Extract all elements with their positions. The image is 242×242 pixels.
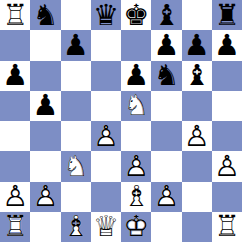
piece-white-king[interactable]: ♚♔	[121, 212, 151, 242]
square-g8[interactable]	[182, 0, 212, 30]
square-e1[interactable]: ♚♔	[121, 212, 151, 242]
white-pawn-outline-glyph: ♙	[151, 182, 181, 212]
piece-white-knight[interactable]: ♞♘	[121, 91, 151, 121]
piece-black-pawn[interactable]: ♟	[61, 30, 91, 60]
square-h1[interactable]: ♜♖	[212, 212, 242, 242]
square-h3[interactable]: ♟♙	[212, 151, 242, 181]
square-h5[interactable]	[212, 91, 242, 121]
square-g5[interactable]	[182, 91, 212, 121]
square-h2[interactable]	[212, 182, 242, 212]
white-pawn-outline-glyph: ♙	[91, 121, 121, 151]
square-b8[interactable]: ♞	[30, 0, 60, 30]
square-g7[interactable]: ♟	[182, 30, 212, 60]
square-e6[interactable]: ♟	[121, 61, 151, 91]
square-e5[interactable]: ♞♘	[121, 91, 151, 121]
piece-black-rook[interactable]: ♜	[212, 0, 242, 30]
piece-white-rook[interactable]: ♜♖	[212, 212, 242, 242]
piece-white-pawn[interactable]: ♟♙	[0, 182, 30, 212]
piece-white-knight[interactable]: ♞♘	[61, 151, 91, 181]
square-e8[interactable]: ♚	[121, 0, 151, 30]
white-bishop-outline-glyph: ♗	[61, 212, 91, 242]
square-c5[interactable]	[61, 91, 91, 121]
square-d6[interactable]	[91, 61, 121, 91]
square-a3[interactable]	[0, 151, 30, 181]
square-b4[interactable]	[30, 121, 60, 151]
square-f5[interactable]	[151, 91, 181, 121]
piece-black-pawn[interactable]: ♟	[30, 91, 60, 121]
square-e4[interactable]	[121, 121, 151, 151]
piece-black-bishop[interactable]: ♝	[151, 0, 181, 30]
square-c4[interactable]	[61, 121, 91, 151]
square-b7[interactable]	[30, 30, 60, 60]
white-knight-outline-glyph: ♘	[61, 151, 91, 181]
square-f6[interactable]: ♞	[151, 61, 181, 91]
piece-white-bishop[interactable]: ♝♗	[61, 212, 91, 242]
square-b6[interactable]	[30, 61, 60, 91]
square-g6[interactable]: ♝	[182, 61, 212, 91]
piece-white-pawn[interactable]: ♟♙	[121, 151, 151, 181]
chess-board: ♜♖♞♛♚♝♜♟♟♟♟♟♟♞♝♟♞♘♟♙♟♙♞♘♟♙♟♙♟♙♟♙♝♗♟♙♜♖♝♗…	[0, 0, 242, 242]
board-grid: ♜♖♞♛♚♝♜♟♟♟♟♟♟♞♝♟♞♘♟♙♟♙♞♘♟♙♟♙♟♙♟♙♝♗♟♙♜♖♝♗…	[0, 0, 242, 242]
square-b1[interactable]	[30, 212, 60, 242]
square-b5[interactable]: ♟	[30, 91, 60, 121]
piece-white-bishop[interactable]: ♝♗	[121, 182, 151, 212]
piece-white-pawn[interactable]: ♟♙	[212, 151, 242, 181]
square-e7[interactable]	[121, 30, 151, 60]
square-d4[interactable]: ♟♙	[91, 121, 121, 151]
white-pawn-outline-glyph: ♙	[182, 121, 212, 151]
square-d5[interactable]	[91, 91, 121, 121]
square-g3[interactable]	[182, 151, 212, 181]
piece-black-king[interactable]: ♚	[121, 0, 151, 30]
square-d3[interactable]	[91, 151, 121, 181]
square-c6[interactable]	[61, 61, 91, 91]
square-c3[interactable]: ♞♘	[61, 151, 91, 181]
piece-white-pawn[interactable]: ♟♙	[91, 121, 121, 151]
piece-white-pawn[interactable]: ♟♙	[30, 182, 60, 212]
white-pawn-outline-glyph: ♙	[121, 151, 151, 181]
square-h4[interactable]	[212, 121, 242, 151]
square-f7[interactable]: ♟	[151, 30, 181, 60]
square-g1[interactable]	[182, 212, 212, 242]
piece-white-pawn[interactable]: ♟♙	[151, 182, 181, 212]
square-f4[interactable]	[151, 121, 181, 151]
square-f8[interactable]: ♝	[151, 0, 181, 30]
white-rook-outline-glyph: ♖	[0, 212, 30, 242]
square-c8[interactable]	[61, 0, 91, 30]
square-e3[interactable]: ♟♙	[121, 151, 151, 181]
square-a8[interactable]: ♜♖	[0, 0, 30, 30]
square-b2[interactable]: ♟♙	[30, 182, 60, 212]
square-c1[interactable]: ♝♗	[61, 212, 91, 242]
square-h7[interactable]: ♟	[212, 30, 242, 60]
square-g4[interactable]: ♟♙	[182, 121, 212, 151]
square-h6[interactable]	[212, 61, 242, 91]
square-f3[interactable]	[151, 151, 181, 181]
white-queen-outline-glyph: ♕	[91, 212, 121, 242]
square-d1[interactable]: ♛♕	[91, 212, 121, 242]
piece-black-queen[interactable]: ♛	[91, 0, 121, 30]
white-rook-outline-glyph: ♖	[0, 0, 30, 30]
square-e2[interactable]: ♝♗	[121, 182, 151, 212]
square-d2[interactable]	[91, 182, 121, 212]
square-a4[interactable]	[0, 121, 30, 151]
piece-white-pawn[interactable]: ♟♙	[182, 121, 212, 151]
piece-black-knight[interactable]: ♞	[151, 61, 181, 91]
white-bishop-outline-glyph: ♗	[121, 182, 151, 212]
white-pawn-outline-glyph: ♙	[30, 182, 60, 212]
square-f1[interactable]	[151, 212, 181, 242]
square-a6[interactable]: ♟	[0, 61, 30, 91]
white-rook-outline-glyph: ♖	[212, 212, 242, 242]
square-a2[interactable]: ♟♙	[0, 182, 30, 212]
piece-white-rook[interactable]: ♜♖	[0, 212, 30, 242]
piece-black-pawn[interactable]: ♟	[212, 30, 242, 60]
piece-black-bishop[interactable]: ♝	[182, 61, 212, 91]
piece-white-queen[interactable]: ♛♕	[91, 212, 121, 242]
square-h8[interactable]: ♜	[212, 0, 242, 30]
square-a7[interactable]	[0, 30, 30, 60]
white-pawn-outline-glyph: ♙	[0, 182, 30, 212]
square-c2[interactable]	[61, 182, 91, 212]
square-f2[interactable]: ♟♙	[151, 182, 181, 212]
square-c7[interactable]: ♟	[61, 30, 91, 60]
square-a5[interactable]	[0, 91, 30, 121]
piece-black-pawn[interactable]: ♟	[0, 61, 30, 91]
square-d7[interactable]	[91, 30, 121, 60]
piece-black-pawn[interactable]: ♟	[121, 61, 151, 91]
white-king-outline-glyph: ♔	[121, 212, 151, 242]
piece-black-pawn[interactable]: ♟	[151, 30, 181, 60]
white-knight-outline-glyph: ♘	[121, 91, 151, 121]
square-b3[interactable]	[30, 151, 60, 181]
square-g2[interactable]	[182, 182, 212, 212]
piece-black-pawn[interactable]: ♟	[182, 30, 212, 60]
piece-white-rook[interactable]: ♜♖	[0, 0, 30, 30]
square-d8[interactable]: ♛	[91, 0, 121, 30]
square-a1[interactable]: ♜♖	[0, 212, 30, 242]
white-pawn-outline-glyph: ♙	[212, 151, 242, 181]
piece-black-knight[interactable]: ♞	[30, 0, 60, 30]
